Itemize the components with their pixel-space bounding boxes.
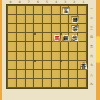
board-square-8六[interactable] [17,52,25,60]
board-square-5九[interactable] [43,79,51,87]
rank-label: 一 [89,4,94,13]
board-square-6一[interactable] [34,6,42,14]
board-square-6六[interactable] [34,52,42,60]
board-square-7九[interactable] [26,79,34,87]
board-square-5四[interactable] [43,33,51,41]
board-square-7六[interactable] [26,52,34,60]
board-square-5六[interactable] [43,52,51,60]
board-square-8四[interactable] [17,33,25,41]
board-square-8八[interactable] [17,70,25,78]
rank-coordinates: 一二三四五六七八九 [89,4,94,89]
board-square-9七[interactable] [8,61,16,69]
board-square-9二[interactable] [8,15,16,23]
board-square-6四[interactable] [34,33,42,41]
hand-tray-highlight [96,36,100,63]
board-square-7一[interactable] [26,6,34,14]
board-square-5二[interactable] [43,15,51,23]
board-square-4七[interactable] [52,61,60,69]
board-square-5三[interactable] [43,24,51,32]
board-square-8九[interactable] [17,79,25,87]
board-square-1四[interactable] [78,33,86,41]
rank-label: 五 [89,42,94,51]
board-square-5五[interactable] [43,42,51,50]
board-square-9三[interactable] [8,24,16,32]
board-square-7二[interactable] [26,15,34,23]
board-square-9六[interactable] [8,52,16,60]
board-square-6九[interactable] [34,79,42,87]
board-square-8三[interactable] [17,24,25,32]
board-square-2五[interactable] [69,42,77,50]
board-square-6二[interactable] [34,15,42,23]
board-square-3二[interactable] [61,15,69,23]
board-square-5八[interactable] [43,70,51,78]
board-square-1六[interactable] [78,52,86,60]
board-square-8二[interactable] [17,15,25,23]
board-square-1八[interactable] [78,70,86,78]
board-square-4二[interactable] [52,15,60,23]
board-square-4六[interactable] [52,52,60,60]
board-square-7五[interactable] [26,42,34,50]
rank-label: 八 [89,70,94,79]
board-square-6三[interactable] [34,24,42,32]
hoshi-star-point [34,33,36,35]
board-square-6八[interactable] [34,70,42,78]
board-square-2六[interactable] [69,52,77,60]
board-square-5一[interactable] [43,6,51,14]
rank-label: 九 [89,80,94,89]
board-square-7七[interactable] [26,61,34,69]
board-square-3六[interactable] [61,52,69,60]
board-square-2七[interactable] [69,61,77,69]
board-square-4三[interactable] [52,24,60,32]
board-square-7八[interactable] [26,70,34,78]
board-square-8一[interactable] [17,6,25,14]
rank-label: 三 [89,23,94,32]
board-square-7三[interactable] [26,24,34,32]
rank-label: 六 [89,51,94,60]
shogi-board[interactable]: 玉銀歩馬銀歩香 [6,4,88,89]
board-square-4一[interactable] [52,6,60,14]
board-square-2一[interactable] [69,6,77,14]
board-square-4九[interactable] [52,79,60,87]
board-square-9八[interactable] [8,70,16,78]
board-square-1五[interactable] [78,42,86,50]
board-square-9五[interactable] [8,42,16,50]
board-square-9九[interactable] [8,79,16,87]
board-square-1二[interactable] [78,15,86,23]
board-square-6五[interactable] [34,42,42,50]
board-square-9四[interactable] [8,33,16,41]
board-square-1三[interactable] [78,24,86,32]
hoshi-star-point [60,60,62,62]
board-square-3五[interactable] [61,42,69,50]
board-square-4五[interactable] [52,42,60,50]
rank-label: 七 [89,61,94,70]
board-square-1一[interactable] [78,6,86,14]
board-square-3八[interactable] [61,70,69,78]
board-square-8七[interactable] [17,61,25,69]
hoshi-star-point [60,33,62,35]
board-square-3三[interactable] [61,24,69,32]
board-square-3九[interactable] [61,79,69,87]
board-square-4八[interactable] [52,70,60,78]
board-square-5七[interactable] [43,61,51,69]
board-square-8五[interactable] [17,42,25,50]
rank-label: 四 [89,32,94,41]
board-square-9一[interactable] [8,6,16,14]
left-edge-strip [0,0,2,100]
hoshi-star-point [34,60,36,62]
board-square-7四[interactable] [26,33,34,41]
board-square-2九[interactable] [69,79,77,87]
board-square-2八[interactable] [69,70,77,78]
board-square-1九[interactable] [78,79,86,87]
rank-label: 二 [89,13,94,22]
